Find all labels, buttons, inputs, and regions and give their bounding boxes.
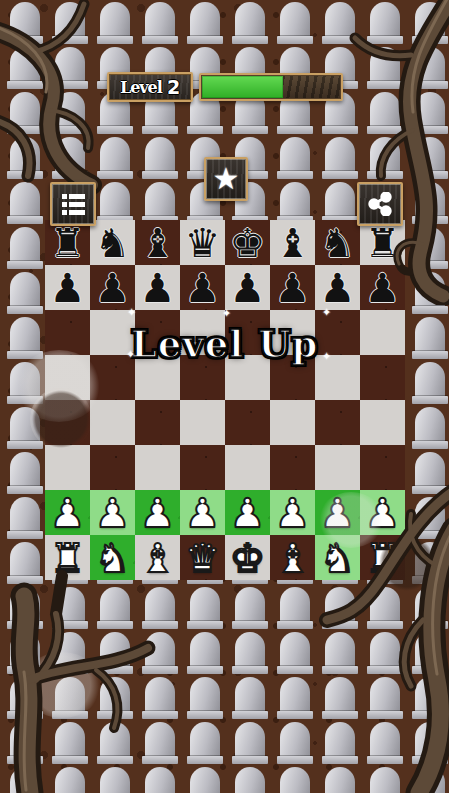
- tombstone: [52, 722, 88, 764]
- tombstone: [367, 47, 403, 89]
- piece-black-pawn: ♟: [45, 265, 90, 310]
- square-d1[interactable]: ♛: [180, 535, 225, 580]
- tombstone: [277, 767, 313, 793]
- tombstone: [52, 2, 88, 44]
- tombstone: [277, 677, 313, 719]
- tombstone: [412, 362, 448, 404]
- square-e8[interactable]: ♚: [225, 220, 270, 265]
- square-d3[interactable]: [180, 445, 225, 490]
- tombstone: [277, 182, 313, 224]
- square-g4[interactable]: [315, 400, 360, 445]
- piece-black-pawn: ♟: [135, 265, 180, 310]
- square-b1[interactable]: ♞: [90, 535, 135, 580]
- tombstone: [232, 767, 268, 793]
- square-c3[interactable]: [135, 445, 180, 490]
- tombstone: [142, 182, 178, 224]
- piece-black-pawn: ♟: [360, 265, 405, 310]
- square-a4[interactable]: [45, 400, 90, 445]
- tombstone: [97, 137, 133, 179]
- square-b6[interactable]: [90, 310, 135, 355]
- tombstone: [232, 587, 268, 629]
- tombstone: [412, 272, 448, 314]
- share-icon: [368, 192, 392, 216]
- square-h2[interactable]: ♟: [360, 490, 405, 535]
- square-a8[interactable]: ♜: [45, 220, 90, 265]
- square-g5[interactable]: [315, 355, 360, 400]
- tombstone: [97, 722, 133, 764]
- tombstone: [187, 767, 223, 793]
- piece-black-pawn: ♟: [180, 265, 225, 310]
- star-icon: ★: [213, 159, 240, 199]
- tombstone: [7, 452, 43, 494]
- square-h7[interactable]: ♟: [360, 265, 405, 310]
- tombstone: [97, 587, 133, 629]
- piece-white-pawn: ♟: [180, 490, 225, 535]
- tombstone: [367, 2, 403, 44]
- tombstone: [7, 137, 43, 179]
- piece-black-pawn: ♟: [90, 265, 135, 310]
- piece-white-bishop: ♝: [270, 535, 315, 580]
- tombstone: [277, 2, 313, 44]
- tombstone: [412, 767, 448, 793]
- tombstone: [412, 722, 448, 764]
- tombstone: [412, 92, 448, 134]
- tombstone: [412, 227, 448, 269]
- tombstone: [367, 722, 403, 764]
- piece-white-pawn: ♟: [270, 490, 315, 535]
- tombstone: [232, 722, 268, 764]
- level-plaque: Level 2: [107, 72, 193, 102]
- tombstone: [322, 2, 358, 44]
- tombstone: [367, 92, 403, 134]
- square-e5[interactable]: [225, 355, 270, 400]
- tombstone: [412, 317, 448, 359]
- piece-black-bishop: ♝: [270, 220, 315, 265]
- piece-white-queen: ♛: [180, 535, 225, 580]
- tombstone: [277, 137, 313, 179]
- square-f5[interactable]: [270, 355, 315, 400]
- tombstone: [7, 497, 43, 539]
- square-h3[interactable]: [360, 445, 405, 490]
- tombstone: [187, 587, 223, 629]
- tombstone: [412, 677, 448, 719]
- tombstone: [412, 407, 448, 449]
- tombstone: [232, 677, 268, 719]
- square-e6[interactable]: [225, 310, 270, 355]
- square-a1[interactable]: ♜: [45, 535, 90, 580]
- tombstone: [142, 767, 178, 793]
- piece-white-pawn: ♟: [45, 490, 90, 535]
- piece-black-pawn: ♟: [270, 265, 315, 310]
- piece-white-pawn: ♟: [135, 490, 180, 535]
- tombstone: [7, 362, 43, 404]
- square-h1[interactable]: ♜: [360, 535, 405, 580]
- tombstone: [367, 137, 403, 179]
- square-h8[interactable]: ♜: [360, 220, 405, 265]
- piece-black-king: ♚: [225, 220, 270, 265]
- tombstone: [412, 452, 448, 494]
- menu-button[interactable]: [50, 182, 96, 226]
- square-d5[interactable]: [180, 355, 225, 400]
- square-d8[interactable]: ♛: [180, 220, 225, 265]
- level-progress-fill: [202, 76, 283, 98]
- tombstone: [52, 587, 88, 629]
- tombstone: [142, 677, 178, 719]
- square-c6[interactable]: [135, 310, 180, 355]
- square-c2[interactable]: ♟: [135, 490, 180, 535]
- piece-white-king: ♚: [225, 535, 270, 580]
- square-h6[interactable]: [360, 310, 405, 355]
- tombstone: [97, 677, 133, 719]
- tombstone: [322, 182, 358, 224]
- level-label: Level: [120, 78, 162, 97]
- square-f1[interactable]: ♝: [270, 535, 315, 580]
- tombstone: [142, 722, 178, 764]
- piece-black-knight: ♞: [315, 220, 360, 265]
- square-b3[interactable]: [90, 445, 135, 490]
- piece-white-pawn: ♟: [360, 490, 405, 535]
- square-b2[interactable]: ♟: [90, 490, 135, 535]
- square-g6[interactable]: [315, 310, 360, 355]
- tombstone: [322, 767, 358, 793]
- tombstone: [322, 722, 358, 764]
- tombstone: [97, 767, 133, 793]
- square-g2[interactable]: ♟: [315, 490, 360, 535]
- square-e1[interactable]: ♚: [225, 535, 270, 580]
- square-g7[interactable]: ♟: [315, 265, 360, 310]
- tombstone: [7, 47, 43, 89]
- tombstone: [7, 632, 43, 674]
- square-c5[interactable]: [135, 355, 180, 400]
- square-d2[interactable]: ♟: [180, 490, 225, 535]
- tombstone: [322, 587, 358, 629]
- tombstone: [232, 2, 268, 44]
- piece-white-pawn: ♟: [315, 490, 360, 535]
- tombstone: [7, 767, 43, 793]
- square-a7[interactable]: ♟: [45, 265, 90, 310]
- square-f7[interactable]: ♟: [270, 265, 315, 310]
- square-f2[interactable]: ♟: [270, 490, 315, 535]
- tombstone: [187, 2, 223, 44]
- tombstone: [322, 677, 358, 719]
- piece-white-pawn: ♟: [90, 490, 135, 535]
- square-d7[interactable]: ♟: [180, 265, 225, 310]
- tombstone: [412, 497, 448, 539]
- square-h4[interactable]: [360, 400, 405, 445]
- square-f6[interactable]: [270, 310, 315, 355]
- tombstone: [322, 137, 358, 179]
- tombstone: [52, 677, 88, 719]
- tombstone: [187, 632, 223, 674]
- square-h5[interactable]: [360, 355, 405, 400]
- tombstone: [52, 47, 88, 89]
- square-c4[interactable]: [135, 400, 180, 445]
- game-screen: ♜♞♝♛♚♝♞♜♟♟♟♟♟♟♟♟♟♟♟♟♟♟♟♟♜♞♝♛♚♝♞♜ Level U…: [0, 0, 449, 793]
- square-d4[interactable]: [180, 400, 225, 445]
- piece-black-rook: ♜: [360, 220, 405, 265]
- tombstone: [52, 92, 88, 134]
- tombstone: [412, 2, 448, 44]
- share-button[interactable]: [357, 182, 403, 226]
- piece-white-bishop: ♝: [135, 535, 180, 580]
- piece-white-rook: ♜: [45, 535, 90, 580]
- list-menu-icon: [62, 194, 85, 215]
- square-a5[interactable]: [45, 355, 90, 400]
- tombstone: [367, 632, 403, 674]
- tombstone: [7, 182, 43, 224]
- tombstone: [142, 137, 178, 179]
- square-g1[interactable]: ♞: [315, 535, 360, 580]
- piece-black-pawn: ♟: [225, 265, 270, 310]
- chess-board: ♜♞♝♛♚♝♞♜♟♟♟♟♟♟♟♟♟♟♟♟♟♟♟♟♜♞♝♛♚♝♞♜: [45, 220, 405, 580]
- square-f3[interactable]: [270, 445, 315, 490]
- piece-white-knight: ♞: [315, 535, 360, 580]
- square-g8[interactable]: ♞: [315, 220, 360, 265]
- tombstone: [97, 2, 133, 44]
- square-b7[interactable]: ♟: [90, 265, 135, 310]
- tombstone: [187, 677, 223, 719]
- tombstone: [7, 542, 43, 584]
- tombstone: [367, 677, 403, 719]
- square-b5[interactable]: [90, 355, 135, 400]
- tombstone: [52, 137, 88, 179]
- piece-black-rook: ♜: [45, 220, 90, 265]
- tombstone: [412, 542, 448, 584]
- tombstone: [7, 2, 43, 44]
- piece-white-rook: ♜: [360, 535, 405, 580]
- tombstone: [277, 587, 313, 629]
- tombstone: [97, 632, 133, 674]
- tombstone: [52, 632, 88, 674]
- tombstone: [187, 722, 223, 764]
- square-c7[interactable]: ♟: [135, 265, 180, 310]
- square-f8[interactable]: ♝: [270, 220, 315, 265]
- tombstone: [232, 632, 268, 674]
- piece-black-pawn: ♟: [315, 265, 360, 310]
- tombstone: [7, 587, 43, 629]
- tombstone: [7, 272, 43, 314]
- tombstone: [97, 182, 133, 224]
- tombstone: [412, 587, 448, 629]
- tombstone: [7, 227, 43, 269]
- square-d6[interactable]: [180, 310, 225, 355]
- square-f4[interactable]: [270, 400, 315, 445]
- tombstone: [7, 677, 43, 719]
- tombstone: [367, 767, 403, 793]
- square-e7[interactable]: ♟: [225, 265, 270, 310]
- piece-white-pawn: ♟: [225, 490, 270, 535]
- level-value: 2: [167, 76, 180, 98]
- square-c1[interactable]: ♝: [135, 535, 180, 580]
- square-e2[interactable]: ♟: [225, 490, 270, 535]
- tombstone: [322, 632, 358, 674]
- square-g3[interactable]: [315, 445, 360, 490]
- tombstone: [277, 632, 313, 674]
- piece-black-bishop: ♝: [135, 220, 180, 265]
- piece-black-queen: ♛: [180, 220, 225, 265]
- tombstone: [7, 407, 43, 449]
- tombstone: [412, 137, 448, 179]
- tombstone: [367, 587, 403, 629]
- tombstone: [7, 317, 43, 359]
- square-e4[interactable]: [225, 400, 270, 445]
- square-a2[interactable]: ♟: [45, 490, 90, 535]
- tombstone: [7, 722, 43, 764]
- tombstone: [412, 182, 448, 224]
- piece-black-knight: ♞: [90, 220, 135, 265]
- square-e3[interactable]: [225, 445, 270, 490]
- square-b8[interactable]: ♞: [90, 220, 135, 265]
- tombstone: [142, 2, 178, 44]
- square-c8[interactable]: ♝: [135, 220, 180, 265]
- square-a6[interactable]: [45, 310, 90, 355]
- square-a3[interactable]: [45, 445, 90, 490]
- level-progress-bar: [199, 73, 343, 101]
- achievements-button[interactable]: ★: [204, 157, 248, 201]
- square-b4[interactable]: [90, 400, 135, 445]
- tombstone: [52, 767, 88, 793]
- tombstone: [412, 47, 448, 89]
- tombstone: [142, 587, 178, 629]
- tombstone: [7, 92, 43, 134]
- tombstone: [277, 722, 313, 764]
- piece-white-knight: ♞: [90, 535, 135, 580]
- tombstone: [142, 632, 178, 674]
- tombstone: [412, 632, 448, 674]
